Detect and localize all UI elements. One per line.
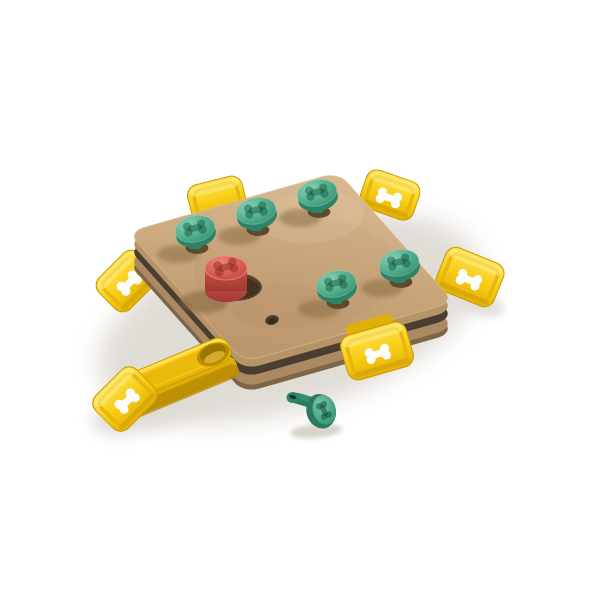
- dog-puzzle-product-photo: [0, 0, 600, 600]
- dog-puzzle-scene: [0, 0, 600, 600]
